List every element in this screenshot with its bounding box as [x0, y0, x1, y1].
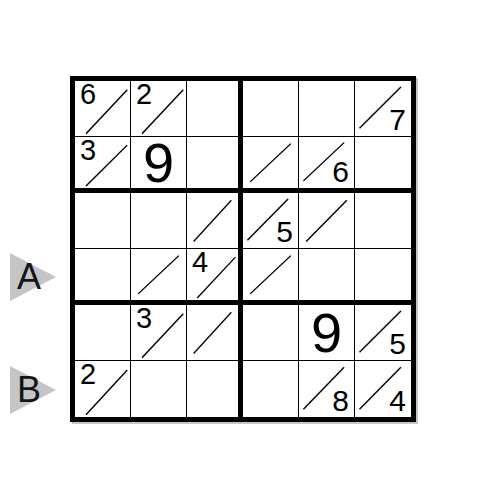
cell-r5c3[interactable]	[187, 305, 243, 361]
cell-r6c4[interactable]	[243, 361, 299, 417]
cell-r1c6[interactable]: 7	[355, 81, 411, 137]
row-marker-b-label: B	[17, 366, 41, 414]
given-digit: 2	[80, 358, 96, 391]
cell-r2c1[interactable]: 3	[75, 137, 131, 193]
cell-r1c2[interactable]: 2	[131, 81, 187, 137]
cell-r1c5[interactable]	[299, 81, 355, 137]
cell-r5c5[interactable]: 9	[299, 305, 355, 361]
cell-r4c4[interactable]	[243, 249, 299, 305]
given-digit: 6	[80, 78, 96, 111]
given-digit: 3	[136, 302, 152, 335]
cell-r1c4[interactable]	[243, 81, 299, 137]
cell-r4c6[interactable]	[355, 249, 411, 305]
cell-r6c3[interactable]	[187, 361, 243, 417]
cell-r3c5[interactable]	[299, 193, 355, 249]
cell-r6c6[interactable]: 4	[355, 361, 411, 417]
slash-icon	[243, 137, 298, 188]
cell-r3c4[interactable]: 5	[243, 193, 299, 249]
given-digit: 8	[332, 385, 349, 417]
cell-r3c6[interactable]	[355, 193, 411, 249]
slash-icon	[187, 193, 238, 248]
cell-r2c2[interactable]: 9	[131, 137, 187, 193]
cell-r4c3[interactable]: 4	[187, 249, 243, 305]
row-marker-a-label: A	[17, 253, 41, 301]
slash-icon	[131, 249, 186, 300]
given-digit: 4	[389, 385, 406, 417]
cell-r3c3[interactable]	[187, 193, 243, 249]
cell-r2c6[interactable]	[355, 137, 411, 193]
cell-r2c3[interactable]	[187, 137, 243, 193]
cell-r6c5[interactable]: 8	[299, 361, 355, 417]
slash-icon	[243, 249, 298, 300]
cell-r2c4[interactable]	[243, 137, 299, 193]
given-digit: 3	[80, 134, 96, 167]
cell-r5c2[interactable]: 3	[131, 305, 187, 361]
cell-r4c1[interactable]	[75, 249, 131, 305]
board: 62739654395284	[70, 76, 416, 422]
given-digit: 4	[192, 246, 208, 279]
cell-r4c5[interactable]	[299, 249, 355, 305]
given-digit: 9	[299, 305, 354, 360]
cell-r1c1[interactable]: 6	[75, 81, 131, 137]
cell-r1c3[interactable]	[187, 81, 243, 137]
given-digit: 6	[332, 156, 349, 188]
cell-r6c2[interactable]	[131, 361, 187, 417]
cell-r4c2[interactable]	[131, 249, 187, 305]
cell-r5c1[interactable]	[75, 305, 131, 361]
cell-r3c2[interactable]	[131, 193, 187, 249]
cell-r5c4[interactable]	[243, 305, 299, 361]
puzzle-page: 62739654395284 A B	[0, 0, 483, 499]
cell-r2c5[interactable]: 6	[299, 137, 355, 193]
given-digit: 2	[136, 78, 152, 111]
cell-r6c1[interactable]: 2	[75, 361, 131, 417]
row-marker-b: B	[10, 366, 58, 414]
given-digit: 5	[389, 328, 406, 360]
row-marker-a: A	[10, 253, 58, 301]
slash-icon	[187, 305, 238, 360]
given-digit: 5	[276, 216, 293, 248]
slash-icon	[299, 193, 354, 248]
cell-r3c1[interactable]	[75, 193, 131, 249]
given-digit: 9	[131, 137, 186, 188]
cell-r5c6[interactable]: 5	[355, 305, 411, 361]
given-digit: 7	[389, 104, 406, 136]
